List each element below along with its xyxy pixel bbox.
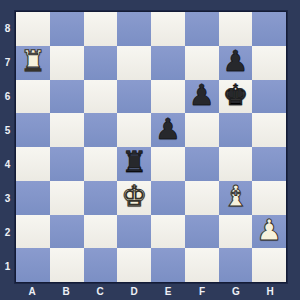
piece-white-king[interactable]: ♚ — [121, 182, 147, 211]
rank-label-8: 8 — [0, 11, 15, 45]
square-a5[interactable] — [16, 113, 50, 147]
piece-black-pawn[interactable]: ♟ — [155, 115, 181, 144]
square-b1[interactable] — [50, 248, 84, 282]
square-f3[interactable] — [185, 181, 219, 215]
square-a2[interactable] — [16, 215, 50, 249]
rank-labels: 87654321 — [0, 11, 15, 283]
square-b2[interactable] — [50, 215, 84, 249]
file-label-f: F — [185, 283, 219, 299]
square-f1[interactable] — [185, 248, 219, 282]
square-b5[interactable] — [50, 113, 84, 147]
square-d8[interactable] — [117, 12, 151, 46]
square-c8[interactable] — [84, 12, 118, 46]
square-e8[interactable] — [151, 12, 185, 46]
square-b6[interactable] — [50, 80, 84, 114]
square-e2[interactable] — [151, 215, 185, 249]
rank-label-6: 6 — [0, 79, 15, 113]
square-h4[interactable] — [252, 147, 286, 181]
square-h7[interactable] — [252, 46, 286, 80]
square-c1[interactable] — [84, 248, 118, 282]
square-e1[interactable] — [151, 248, 185, 282]
square-c3[interactable] — [84, 181, 118, 215]
square-f2[interactable] — [185, 215, 219, 249]
square-g4[interactable] — [219, 147, 253, 181]
rank-label-7: 7 — [0, 45, 15, 79]
square-d4[interactable]: ♜ — [117, 147, 151, 181]
square-h2[interactable]: ♟ — [252, 215, 286, 249]
piece-white-bishop[interactable]: ♝ — [222, 182, 248, 211]
square-b4[interactable] — [50, 147, 84, 181]
square-h6[interactable] — [252, 80, 286, 114]
square-a8[interactable] — [16, 12, 50, 46]
square-a4[interactable] — [16, 147, 50, 181]
file-label-a: A — [15, 283, 49, 299]
square-e3[interactable] — [151, 181, 185, 215]
piece-black-king[interactable]: ♚ — [222, 81, 248, 110]
square-d6[interactable] — [117, 80, 151, 114]
square-d7[interactable] — [117, 46, 151, 80]
square-g3[interactable]: ♝ — [219, 181, 253, 215]
file-label-d: D — [117, 283, 151, 299]
square-f7[interactable] — [185, 46, 219, 80]
file-label-h: H — [253, 283, 287, 299]
rank-label-1: 1 — [0, 249, 15, 283]
square-a3[interactable] — [16, 181, 50, 215]
square-c7[interactable] — [84, 46, 118, 80]
square-b7[interactable] — [50, 46, 84, 80]
square-g2[interactable] — [219, 215, 253, 249]
square-h1[interactable] — [252, 248, 286, 282]
file-label-e: E — [151, 283, 185, 299]
chessboard-frame: 87654321 ♜♟♟♚♟♜♚♝♟ ABCDEFGH — [0, 0, 300, 300]
file-label-c: C — [83, 283, 117, 299]
square-a6[interactable] — [16, 80, 50, 114]
square-g7[interactable]: ♟ — [219, 46, 253, 80]
square-f4[interactable] — [185, 147, 219, 181]
square-h5[interactable] — [252, 113, 286, 147]
square-d2[interactable] — [117, 215, 151, 249]
piece-white-rook[interactable]: ♜ — [20, 47, 46, 76]
square-h3[interactable] — [252, 181, 286, 215]
file-label-b: B — [49, 283, 83, 299]
square-d5[interactable] — [117, 113, 151, 147]
square-e5[interactable]: ♟ — [151, 113, 185, 147]
square-g6[interactable]: ♚ — [219, 80, 253, 114]
square-g8[interactable] — [219, 12, 253, 46]
piece-black-pawn[interactable]: ♟ — [189, 81, 215, 110]
square-e6[interactable] — [151, 80, 185, 114]
piece-white-pawn[interactable]: ♟ — [256, 216, 282, 245]
file-label-g: G — [219, 283, 253, 299]
square-g5[interactable] — [219, 113, 253, 147]
square-c6[interactable] — [84, 80, 118, 114]
square-f8[interactable] — [185, 12, 219, 46]
square-a7[interactable]: ♜ — [16, 46, 50, 80]
rank-label-2: 2 — [0, 215, 15, 249]
square-c2[interactable] — [84, 215, 118, 249]
square-f5[interactable] — [185, 113, 219, 147]
square-d3[interactable]: ♚ — [117, 181, 151, 215]
square-b8[interactable] — [50, 12, 84, 46]
square-e7[interactable] — [151, 46, 185, 80]
square-c5[interactable] — [84, 113, 118, 147]
piece-black-pawn[interactable]: ♟ — [222, 47, 248, 76]
square-f6[interactable]: ♟ — [185, 80, 219, 114]
piece-black-rook[interactable]: ♜ — [121, 148, 147, 177]
square-g1[interactable] — [219, 248, 253, 282]
square-b3[interactable] — [50, 181, 84, 215]
square-a1[interactable] — [16, 248, 50, 282]
square-d1[interactable] — [117, 248, 151, 282]
board: ♜♟♟♚♟♜♚♝♟ — [15, 11, 287, 283]
file-labels: ABCDEFGH — [15, 283, 287, 299]
square-c4[interactable] — [84, 147, 118, 181]
square-h8[interactable] — [252, 12, 286, 46]
rank-label-5: 5 — [0, 113, 15, 147]
rank-label-4: 4 — [0, 147, 15, 181]
rank-label-3: 3 — [0, 181, 15, 215]
square-e4[interactable] — [151, 147, 185, 181]
